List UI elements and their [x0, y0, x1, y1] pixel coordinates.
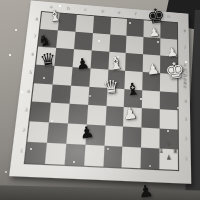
square-f2	[123, 127, 142, 148]
square-a5	[34, 64, 54, 84]
square-b5	[53, 66, 73, 86]
coord-label: 7	[181, 46, 189, 51]
square-f7	[126, 36, 144, 54]
square-f1	[122, 147, 141, 169]
coord-label: e	[115, 11, 123, 16]
square-g3	[142, 109, 160, 129]
logo-piece-icon: ♝	[158, 147, 164, 154]
coord-label: c	[81, 8, 89, 13]
coord-label: 6	[28, 52, 37, 57]
maker-logo: ♞♝♜♟	[158, 140, 180, 162]
square-a3	[30, 102, 51, 123]
square-c4	[69, 85, 89, 105]
coord-label: 1	[17, 149, 27, 154]
coord-label: 8	[181, 29, 189, 34]
square-e2	[104, 126, 123, 147]
square-b1	[45, 143, 66, 165]
square-d4	[88, 86, 107, 106]
coord-label: d	[98, 10, 106, 15]
square-c2	[66, 124, 86, 145]
square-a2	[27, 122, 48, 143]
square-g1	[141, 148, 160, 169]
logo-piece-icon: ♟	[166, 154, 172, 161]
square-d6	[90, 50, 109, 69]
square-b6	[54, 48, 73, 67]
square-c3	[68, 104, 88, 125]
square-g6	[143, 54, 160, 73]
board-grid	[25, 12, 178, 170]
square-d7	[91, 33, 109, 52]
square-c6	[72, 49, 91, 68]
coord-label: 8	[32, 18, 41, 23]
logo-piece-icon: ♞	[166, 140, 172, 147]
square-c1	[64, 144, 85, 166]
square-h8	[160, 22, 177, 40]
coord-label: 5	[26, 70, 35, 75]
chessboard-photo: abcdefgh abcdefgh 87654321 87654321 Ches…	[0, 0, 200, 200]
square-e7	[109, 34, 127, 52]
square-d3	[86, 105, 106, 126]
coord-label: g	[149, 14, 157, 19]
square-h5	[160, 73, 177, 92]
square-b3	[49, 103, 70, 124]
square-d2	[85, 125, 105, 146]
square-a1	[25, 142, 47, 164]
square-a8	[40, 12, 59, 30]
board-brand-text: Chess	[179, 68, 189, 127]
table-surface-bottom	[0, 185, 200, 200]
square-h6	[160, 55, 177, 74]
chess-board: abcdefgh abcdefgh 87654321 87654321 Ches…	[9, 0, 191, 183]
square-b8	[58, 13, 77, 31]
coord-label: a	[47, 5, 56, 10]
square-e8	[110, 18, 128, 36]
square-a7	[38, 29, 58, 48]
square-h7	[160, 38, 177, 56]
square-e3	[105, 106, 124, 126]
square-d5	[89, 68, 108, 87]
square-h3	[160, 110, 178, 130]
square-a6	[36, 46, 56, 65]
square-g5	[143, 72, 161, 91]
square-e5	[107, 69, 126, 88]
square-g8	[144, 20, 161, 38]
square-f4	[124, 89, 142, 109]
square-e4	[106, 87, 125, 107]
coord-label: 3	[21, 109, 31, 114]
square-f3	[123, 107, 142, 127]
square-f6	[125, 53, 143, 72]
square-g2	[141, 128, 160, 149]
square-c8	[75, 15, 93, 33]
coord-label: 2	[182, 137, 191, 142]
coord-label: 2	[19, 129, 29, 134]
square-g4	[142, 90, 160, 110]
square-c7	[74, 32, 93, 51]
coord-label: 7	[30, 35, 39, 40]
square-b7	[56, 30, 75, 49]
square-d8	[93, 16, 111, 34]
square-c5	[71, 67, 90, 87]
square-e1	[103, 146, 123, 168]
square-e6	[108, 51, 126, 70]
coord-label: f	[132, 12, 140, 17]
square-d1	[84, 145, 104, 167]
square-f8	[127, 19, 144, 37]
square-g7	[143, 37, 160, 55]
logo-piece-icon: ♜	[172, 148, 178, 155]
square-h4	[160, 91, 178, 111]
square-a4	[32, 83, 53, 103]
square-b2	[47, 123, 68, 144]
square-b4	[51, 84, 71, 104]
square-f5	[125, 70, 143, 89]
coord-label: 1	[182, 157, 191, 162]
coord-label: b	[64, 7, 72, 12]
coord-label: 4	[24, 89, 33, 94]
coord-label: h	[165, 15, 173, 19]
